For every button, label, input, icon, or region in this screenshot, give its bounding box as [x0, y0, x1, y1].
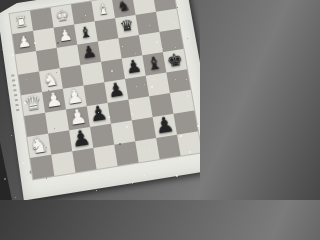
black-pawn[interactable]: ♟ [80, 43, 97, 62]
square-h8[interactable] [30, 155, 54, 180]
photo-grain-speck [160, 193, 161, 194]
black-pawn[interactable]: ♟ [153, 112, 175, 136]
square-g8[interactable] [51, 151, 75, 176]
white-pawn[interactable]: ♟ [44, 89, 64, 110]
photo-scene: ❖ ♜♚♝♞♟♟♝♛♟♞♟♝♚♛♟♟♟♟♟♞♟♟ [0, 0, 200, 200]
black-king[interactable]: ♚ [165, 49, 184, 69]
photo-grain-speck [15, 197, 16, 198]
white-rook[interactable]: ♜ [14, 13, 29, 29]
black-bishop[interactable]: ♝ [145, 53, 164, 73]
black-queen[interactable]: ♛ [119, 17, 135, 34]
black-pawn[interactable]: ♟ [70, 125, 92, 149]
white-bishop[interactable]: ♝ [96, 1, 111, 17]
black-pawn[interactable]: ♟ [124, 56, 143, 76]
board-mat: ❖ ♜♚♝♞♟♟♝♛♟♞♟♝♚♛♟♟♟♟♟♞♟♟ [0, 0, 200, 200]
square-a8[interactable] [177, 131, 200, 155]
black-bishop[interactable]: ♝ [78, 23, 94, 40]
photo-grain-speck [11, 135, 12, 136]
white-queen[interactable]: ♛ [23, 92, 43, 113]
black-knight[interactable]: ♞ [116, 0, 131, 13]
white-king[interactable]: ♚ [55, 7, 70, 23]
photo-grain-speck [10, 152, 11, 153]
photo-grain-speck [96, 190, 97, 191]
white-knight[interactable]: ♞ [28, 132, 50, 156]
white-pawn[interactable]: ♟ [16, 33, 32, 50]
white-pawn[interactable]: ♟ [57, 26, 73, 43]
white-knight[interactable]: ♞ [41, 69, 59, 89]
chess-board: ♜♚♝♞♟♟♝♛♟♞♟♝♚♛♟♟♟♟♟♞♟♟ [10, 0, 200, 179]
black-pawn[interactable]: ♟ [88, 102, 109, 125]
black-pawn[interactable]: ♟ [106, 79, 126, 100]
